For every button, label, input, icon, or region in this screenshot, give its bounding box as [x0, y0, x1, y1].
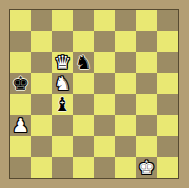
- square-h7[interactable]: [157, 31, 178, 52]
- square-b7[interactable]: [31, 31, 52, 52]
- square-h1[interactable]: [157, 157, 178, 178]
- square-c3[interactable]: [52, 115, 73, 136]
- square-f1[interactable]: [115, 157, 136, 178]
- square-a1[interactable]: [10, 157, 31, 178]
- square-e4[interactable]: [94, 94, 115, 115]
- square-g3[interactable]: [136, 115, 157, 136]
- chess-diagram: ♛♞♚♞♝♟♚: [0, 0, 189, 188]
- square-b8[interactable]: [31, 10, 52, 31]
- square-f2[interactable]: [115, 136, 136, 157]
- square-f3[interactable]: [115, 115, 136, 136]
- square-e8[interactable]: [94, 10, 115, 31]
- square-f4[interactable]: [115, 94, 136, 115]
- square-d5[interactable]: [73, 73, 94, 94]
- square-a6[interactable]: [10, 52, 31, 73]
- square-b3[interactable]: [31, 115, 52, 136]
- square-f8[interactable]: [115, 10, 136, 31]
- square-a2[interactable]: [10, 136, 31, 157]
- black-knight-piece[interactable]: ♞: [75, 52, 92, 73]
- square-d3[interactable]: [73, 115, 94, 136]
- square-e6[interactable]: [94, 52, 115, 73]
- square-d6[interactable]: ♞: [73, 52, 94, 73]
- square-b2[interactable]: [31, 136, 52, 157]
- square-c8[interactable]: [52, 10, 73, 31]
- square-a5[interactable]: ♚: [10, 73, 31, 94]
- square-h8[interactable]: [157, 10, 178, 31]
- square-b1[interactable]: [31, 157, 52, 178]
- square-g8[interactable]: [136, 10, 157, 31]
- square-g6[interactable]: [136, 52, 157, 73]
- square-f5[interactable]: [115, 73, 136, 94]
- square-e3[interactable]: [94, 115, 115, 136]
- square-b6[interactable]: [31, 52, 52, 73]
- square-h5[interactable]: [157, 73, 178, 94]
- square-c2[interactable]: [52, 136, 73, 157]
- black-king-piece[interactable]: ♚: [12, 73, 29, 94]
- square-b4[interactable]: [31, 94, 52, 115]
- square-f7[interactable]: [115, 31, 136, 52]
- square-a8[interactable]: [10, 10, 31, 31]
- square-d4[interactable]: [73, 94, 94, 115]
- square-c1[interactable]: [52, 157, 73, 178]
- square-c4[interactable]: ♝: [52, 94, 73, 115]
- square-a4[interactable]: [10, 94, 31, 115]
- square-h2[interactable]: [157, 136, 178, 157]
- square-d1[interactable]: [73, 157, 94, 178]
- square-h3[interactable]: [157, 115, 178, 136]
- square-e1[interactable]: [94, 157, 115, 178]
- square-a7[interactable]: [10, 31, 31, 52]
- square-f6[interactable]: [115, 52, 136, 73]
- square-b5[interactable]: [31, 73, 52, 94]
- square-g2[interactable]: [136, 136, 157, 157]
- white-king-piece[interactable]: ♚: [138, 157, 155, 178]
- square-d8[interactable]: [73, 10, 94, 31]
- chess-board: ♛♞♚♞♝♟♚: [9, 9, 179, 179]
- square-c7[interactable]: [52, 31, 73, 52]
- square-h6[interactable]: [157, 52, 178, 73]
- square-c5[interactable]: ♞: [52, 73, 73, 94]
- square-e7[interactable]: [94, 31, 115, 52]
- black-bishop-piece[interactable]: ♝: [54, 94, 71, 115]
- square-e5[interactable]: [94, 73, 115, 94]
- square-d7[interactable]: [73, 31, 94, 52]
- square-g4[interactable]: [136, 94, 157, 115]
- white-pawn-piece[interactable]: ♟: [12, 115, 29, 136]
- square-e2[interactable]: [94, 136, 115, 157]
- square-h4[interactable]: [157, 94, 178, 115]
- square-g7[interactable]: [136, 31, 157, 52]
- white-queen-piece[interactable]: ♛: [54, 52, 71, 73]
- square-a3[interactable]: ♟: [10, 115, 31, 136]
- square-d2[interactable]: [73, 136, 94, 157]
- square-c6[interactable]: ♛: [52, 52, 73, 73]
- square-g5[interactable]: [136, 73, 157, 94]
- white-knight-piece[interactable]: ♞: [54, 73, 71, 94]
- square-g1[interactable]: ♚: [136, 157, 157, 178]
